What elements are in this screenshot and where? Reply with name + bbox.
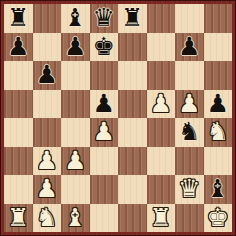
square-d6[interactable] [90,61,119,90]
black-pawn[interactable]: ♟ [93,90,115,118]
black-pawn[interactable]: ♟ [64,33,86,61]
square-d3[interactable] [90,147,119,176]
square-h3[interactable] [204,147,233,176]
white-pawn[interactable]: ♟ [150,90,172,118]
square-a6[interactable] [4,61,33,90]
square-b4[interactable] [33,118,62,147]
square-c2[interactable] [61,175,90,204]
black-knight[interactable]: ♞ [178,118,200,146]
square-a2[interactable] [4,175,33,204]
square-h1[interactable]: ♚ [204,204,233,233]
square-b3[interactable]: ♟ [33,147,62,176]
square-b8[interactable] [33,4,62,33]
black-pawn[interactable]: ♟ [36,61,58,89]
square-a1[interactable]: ♜ [4,204,33,233]
square-a8[interactable]: ♜ [4,4,33,33]
square-g5[interactable]: ♟ [175,90,204,119]
black-pawn[interactable]: ♟ [7,33,29,61]
black-pawn[interactable]: ♟ [178,33,200,61]
square-a3[interactable] [4,147,33,176]
square-h2[interactable]: ♝ [204,175,233,204]
square-b6[interactable]: ♟ [33,61,62,90]
square-g1[interactable] [175,204,204,233]
square-g6[interactable] [175,61,204,90]
square-f6[interactable] [147,61,176,90]
square-c3[interactable]: ♟ [61,147,90,176]
square-f5[interactable]: ♟ [147,90,176,119]
square-d1[interactable] [90,204,119,233]
square-b2[interactable]: ♟ [33,175,62,204]
square-f7[interactable] [147,33,176,62]
black-pawn[interactable]: ♟ [207,90,229,118]
black-bishop[interactable]: ♝ [207,175,229,203]
square-b7[interactable] [33,33,62,62]
white-queen[interactable]: ♛ [178,175,200,203]
square-e7[interactable] [118,33,147,62]
white-rook[interactable]: ♜ [7,204,29,232]
square-a5[interactable] [4,90,33,119]
white-rook[interactable]: ♜ [150,204,172,232]
square-c6[interactable] [61,61,90,90]
square-f3[interactable] [147,147,176,176]
white-pawn[interactable]: ♟ [64,147,86,175]
square-b1[interactable]: ♞ [33,204,62,233]
square-h4[interactable]: ♞ [204,118,233,147]
white-king[interactable]: ♚ [207,204,229,232]
square-b5[interactable] [33,90,62,119]
square-g4[interactable]: ♞ [175,118,204,147]
white-bishop[interactable]: ♝ [64,204,86,232]
square-f1[interactable]: ♜ [147,204,176,233]
square-c7[interactable]: ♟ [61,33,90,62]
chess-board: ♜♝♛♜♟♟♚♟♟♟♟♟♟♟♞♞♟♟♟♛♝♜♞♝♜♚ [4,4,232,232]
square-c4[interactable] [61,118,90,147]
black-king[interactable]: ♚ [93,33,115,61]
square-f4[interactable] [147,118,176,147]
square-h8[interactable] [204,4,233,33]
white-knight[interactable]: ♞ [36,204,58,232]
black-rook[interactable]: ♜ [121,4,143,32]
square-e5[interactable] [118,90,147,119]
square-g2[interactable]: ♛ [175,175,204,204]
white-pawn[interactable]: ♟ [93,118,115,146]
square-g3[interactable] [175,147,204,176]
white-knight[interactable]: ♞ [207,118,229,146]
square-c1[interactable]: ♝ [61,204,90,233]
square-h7[interactable] [204,33,233,62]
square-c8[interactable]: ♝ [61,4,90,33]
white-pawn[interactable]: ♟ [178,90,200,118]
square-a7[interactable]: ♟ [4,33,33,62]
square-d8[interactable]: ♛ [90,4,119,33]
square-f2[interactable] [147,175,176,204]
square-g7[interactable]: ♟ [175,33,204,62]
square-g8[interactable] [175,4,204,33]
black-bishop[interactable]: ♝ [64,4,86,32]
square-f8[interactable] [147,4,176,33]
black-queen[interactable]: ♛ [93,4,115,32]
board-frame: ♜♝♛♜♟♟♚♟♟♟♟♟♟♟♞♞♟♟♟♛♝♜♞♝♜♚ [0,0,236,236]
square-e6[interactable] [118,61,147,90]
square-e4[interactable] [118,118,147,147]
square-h5[interactable]: ♟ [204,90,233,119]
square-e2[interactable] [118,175,147,204]
white-pawn[interactable]: ♟ [36,175,58,203]
black-rook[interactable]: ♜ [7,4,29,32]
square-d7[interactable]: ♚ [90,33,119,62]
square-h6[interactable] [204,61,233,90]
square-e8[interactable]: ♜ [118,4,147,33]
square-c5[interactable] [61,90,90,119]
square-a4[interactable] [4,118,33,147]
white-pawn[interactable]: ♟ [36,147,58,175]
square-d4[interactable]: ♟ [90,118,119,147]
square-e1[interactable] [118,204,147,233]
square-d2[interactable] [90,175,119,204]
square-d5[interactable]: ♟ [90,90,119,119]
square-e3[interactable] [118,147,147,176]
